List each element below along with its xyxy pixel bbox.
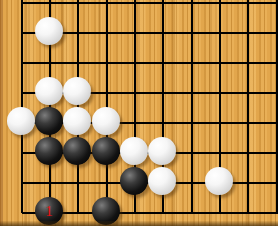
board-intersection[interactable] [8, 78, 36, 108]
black-stone [35, 137, 63, 165]
board-intersection[interactable] [149, 48, 177, 78]
board-intersection[interactable] [177, 168, 205, 198]
board-intersection[interactable] [121, 0, 149, 18]
board-intersection[interactable] [121, 18, 149, 48]
go-board[interactable]: 1 [8, 0, 279, 226]
board-intersection[interactable] [262, 138, 278, 168]
board-intersection[interactable] [234, 78, 262, 108]
black-stone [35, 107, 63, 135]
board-intersection[interactable] [234, 48, 262, 78]
board-intersection[interactable] [64, 48, 92, 78]
board-intersection[interactable] [234, 168, 262, 198]
board-intersection[interactable] [149, 18, 177, 48]
board-intersection[interactable] [92, 138, 120, 168]
board-intersection[interactable] [177, 108, 205, 138]
board-intersection[interactable] [206, 138, 234, 168]
white-stone [63, 77, 91, 105]
board-intersection[interactable] [177, 48, 205, 78]
board-intersection[interactable] [234, 0, 262, 18]
wood-grain-streak [0, 0, 3, 226]
board-intersection[interactable] [92, 108, 120, 138]
board-intersection[interactable] [262, 168, 278, 198]
board-intersection[interactable] [64, 78, 92, 108]
board-intersection[interactable] [8, 168, 36, 198]
board-intersection[interactable] [234, 108, 262, 138]
board-bottom-edge-shade [0, 221, 278, 226]
white-stone [63, 107, 91, 135]
board-intersection[interactable] [121, 78, 149, 108]
board-intersection[interactable] [234, 18, 262, 48]
board-intersection[interactable] [64, 0, 92, 18]
white-stone [35, 17, 63, 45]
board-intersection[interactable] [64, 168, 92, 198]
board-intersection[interactable] [92, 18, 120, 48]
board-intersection[interactable] [8, 108, 36, 138]
white-stone [7, 107, 35, 135]
board-intersection[interactable] [8, 138, 36, 168]
board-intersection[interactable] [149, 108, 177, 138]
white-stone [148, 137, 176, 165]
white-stone [92, 107, 120, 135]
board-intersection[interactable] [36, 168, 64, 198]
board-intersection[interactable] [149, 78, 177, 108]
board-intersection[interactable] [206, 0, 234, 18]
board-intersection[interactable] [149, 168, 177, 198]
white-stone [148, 167, 176, 195]
board-intersection[interactable] [262, 48, 278, 78]
board-intersection[interactable] [149, 0, 177, 18]
board-intersection[interactable] [206, 48, 234, 78]
board-intersection[interactable] [177, 78, 205, 108]
board-intersection[interactable] [121, 168, 149, 198]
board-intersection[interactable] [92, 78, 120, 108]
board-intersection[interactable] [36, 48, 64, 78]
white-stone [205, 167, 233, 195]
board-intersection[interactable] [149, 138, 177, 168]
board-intersection[interactable] [36, 18, 64, 48]
board-intersection[interactable] [206, 18, 234, 48]
white-stone [120, 137, 148, 165]
board-intersection[interactable] [206, 168, 234, 198]
white-stone [35, 77, 63, 105]
board-intersection[interactable] [92, 48, 120, 78]
board-intersection[interactable] [64, 138, 92, 168]
board-intersection[interactable] [234, 138, 262, 168]
black-stone [63, 137, 91, 165]
board-intersection[interactable] [177, 138, 205, 168]
board-intersection[interactable] [8, 18, 36, 48]
board-intersection[interactable] [8, 48, 36, 78]
board-intersection[interactable] [262, 0, 278, 18]
board-intersection[interactable] [121, 138, 149, 168]
board-intersection[interactable] [36, 138, 64, 168]
board-intersection[interactable] [206, 108, 234, 138]
board-intersection[interactable] [121, 48, 149, 78]
board-intersection[interactable] [262, 78, 278, 108]
board-intersection[interactable] [92, 168, 120, 198]
board-intersection[interactable] [8, 0, 36, 18]
go-board-screenshot: 1 [0, 0, 278, 226]
board-intersection[interactable] [36, 0, 64, 18]
board-intersection[interactable] [177, 0, 205, 18]
black-stone [120, 167, 148, 195]
board-intersection[interactable] [206, 78, 234, 108]
board-intersection[interactable] [121, 108, 149, 138]
board-intersection[interactable] [92, 0, 120, 18]
black-stone [92, 137, 120, 165]
board-intersection[interactable] [36, 108, 64, 138]
board-intersection[interactable] [262, 108, 278, 138]
board-intersection[interactable] [36, 78, 64, 108]
board-intersection[interactable] [64, 108, 92, 138]
board-intersection[interactable] [262, 18, 278, 48]
board-intersection[interactable] [177, 18, 205, 48]
board-intersection[interactable] [64, 18, 92, 48]
